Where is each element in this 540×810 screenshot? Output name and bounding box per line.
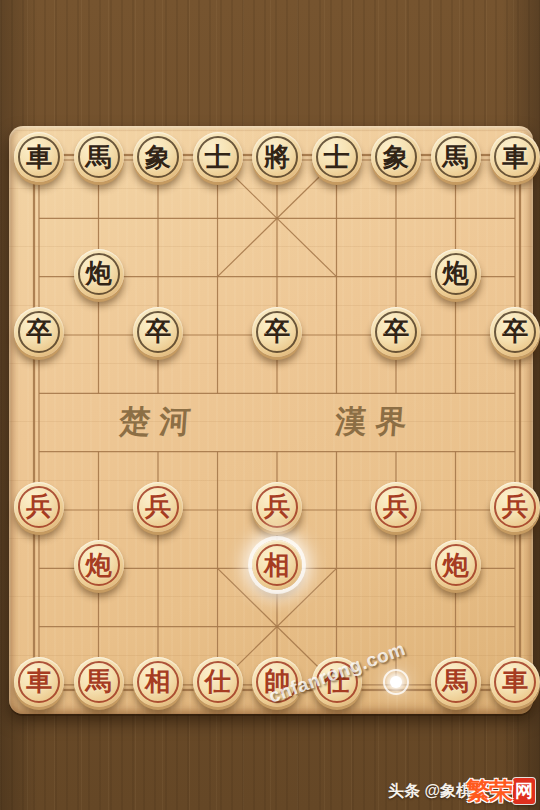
piece-R-a9[interactable]: 車 [14, 657, 64, 707]
piece-b-c0[interactable]: 象 [133, 132, 183, 182]
piece-k-e0[interactable]: 將 [252, 132, 302, 182]
piece-glyph: 馬 [443, 668, 469, 694]
piece-glyph: 車 [502, 668, 528, 694]
piece-glyph: 兵 [26, 493, 52, 519]
piece-glyph: 卒 [264, 318, 290, 344]
piece-a-f0[interactable]: 士 [312, 132, 362, 182]
credit-logo-text: 繁荣 [466, 775, 512, 807]
piece-glyph: 兵 [383, 493, 409, 519]
piece-glyph: 馬 [86, 668, 112, 694]
piece-P-a6[interactable]: 兵 [14, 482, 64, 532]
piece-glyph: 炮 [443, 552, 469, 578]
piece-p-a3[interactable]: 卒 [14, 307, 64, 357]
piece-glyph: 士 [205, 144, 231, 170]
piece-glyph: 相 [264, 552, 290, 578]
piece-P-g6[interactable]: 兵 [371, 482, 421, 532]
piece-glyph: 炮 [86, 260, 112, 286]
piece-glyph: 卒 [26, 318, 52, 344]
river-label-right: 漢界 [325, 401, 417, 443]
piece-N-b9[interactable]: 馬 [74, 657, 124, 707]
piece-glyph: 士 [324, 144, 350, 170]
piece-glyph: 炮 [443, 260, 469, 286]
piece-B-c9[interactable]: 相 [133, 657, 183, 707]
river-label-left: 楚河 [109, 401, 201, 443]
piece-glyph: 炮 [86, 552, 112, 578]
piece-C-h7[interactable]: 炮 [431, 540, 481, 590]
piece-c-b2[interactable]: 炮 [74, 249, 124, 299]
piece-C-b7[interactable]: 炮 [74, 540, 124, 590]
piece-glyph: 兵 [264, 493, 290, 519]
piece-P-i6[interactable]: 兵 [490, 482, 540, 532]
piece-r-i0[interactable]: 車 [490, 132, 540, 182]
credit-prefix-text: 头条 @象棋 [388, 781, 472, 802]
piece-A-d9[interactable]: 仕 [193, 657, 243, 707]
piece-B-e7[interactable]: 相 [252, 540, 302, 590]
piece-P-e6[interactable]: 兵 [252, 482, 302, 532]
piece-glyph: 車 [26, 144, 52, 170]
piece-b-g0[interactable]: 象 [371, 132, 421, 182]
piece-glyph: 兵 [145, 493, 171, 519]
piece-p-e3[interactable]: 卒 [252, 307, 302, 357]
xiangqi-board[interactable]: 楚河 漢界 車馬象士將士象馬車炮炮卒卒卒卒卒兵兵兵兵兵炮相炮車馬相仕帥仕馬車 [9, 126, 533, 714]
piece-glyph: 馬 [443, 144, 469, 170]
credit-badge-text: 网 [513, 778, 535, 804]
board-grid [9, 126, 533, 714]
piece-glyph: 卒 [383, 318, 409, 344]
piece-p-c3[interactable]: 卒 [133, 307, 183, 357]
piece-r-a0[interactable]: 車 [14, 132, 64, 182]
piece-glyph: 仕 [205, 668, 231, 694]
piece-a-d0[interactable]: 士 [193, 132, 243, 182]
piece-n-b0[interactable]: 馬 [74, 132, 124, 182]
piece-P-c6[interactable]: 兵 [133, 482, 183, 532]
piece-p-g3[interactable]: 卒 [371, 307, 421, 357]
watermark-credit: 头条 @象棋 繁荣 网 [388, 776, 535, 806]
piece-glyph: 車 [502, 144, 528, 170]
piece-glyph: 象 [383, 144, 409, 170]
piece-glyph: 將 [264, 144, 290, 170]
piece-N-h9[interactable]: 馬 [431, 657, 481, 707]
piece-glyph: 卒 [145, 318, 171, 344]
piece-glyph: 馬 [86, 144, 112, 170]
piece-glyph: 車 [26, 668, 52, 694]
last-move-origin-marker [390, 676, 402, 688]
app-screen: 楚河 漢界 車馬象士將士象馬車炮炮卒卒卒卒卒兵兵兵兵兵炮相炮車馬相仕帥仕馬車 c… [0, 0, 540, 810]
piece-n-h0[interactable]: 馬 [431, 132, 481, 182]
piece-c-h2[interactable]: 炮 [431, 249, 481, 299]
piece-glyph: 象 [145, 144, 171, 170]
piece-R-i9[interactable]: 車 [490, 657, 540, 707]
piece-glyph: 兵 [502, 493, 528, 519]
piece-p-i3[interactable]: 卒 [490, 307, 540, 357]
piece-glyph: 相 [145, 668, 171, 694]
piece-glyph: 卒 [502, 318, 528, 344]
